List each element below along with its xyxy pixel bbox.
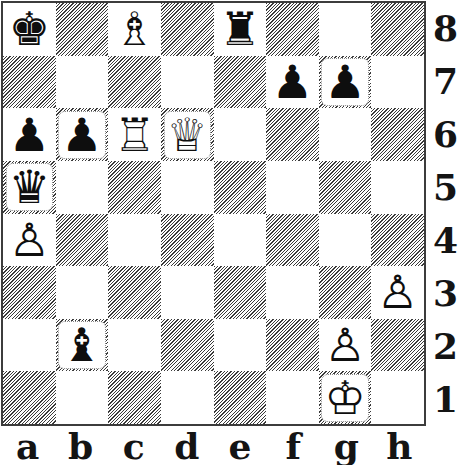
piece-white-rook[interactable]: ♖ — [114, 112, 155, 158]
square-h1[interactable] — [371, 371, 424, 424]
square-b7[interactable] — [56, 56, 109, 109]
piece-white-pawn[interactable]: ♙ — [377, 269, 418, 315]
square-d1[interactable] — [161, 371, 214, 424]
file-label-h: h — [373, 427, 426, 464]
file-label-g: g — [320, 427, 373, 464]
square-a2[interactable] — [3, 319, 56, 372]
square-c4[interactable] — [108, 214, 161, 267]
file-label-b: b — [54, 427, 107, 464]
square-b5[interactable] — [56, 161, 109, 214]
piece-white-king[interactable]: ♔ — [321, 374, 368, 422]
piece-white-pawn[interactable]: ♙ — [324, 322, 365, 368]
square-d7[interactable] — [161, 56, 214, 109]
square-d3[interactable] — [161, 266, 214, 319]
square-b2[interactable]: ♝ — [56, 319, 109, 372]
square-f2[interactable] — [266, 319, 319, 372]
square-a1[interactable] — [3, 371, 56, 424]
square-g8[interactable] — [319, 3, 372, 56]
piece-white-queen[interactable]: ♕ — [164, 111, 211, 159]
square-e2[interactable] — [214, 319, 267, 372]
piece-black-pawn[interactable]: ♟ — [272, 59, 313, 105]
square-e5[interactable] — [214, 161, 267, 214]
square-e3[interactable] — [214, 266, 267, 319]
square-d6[interactable]: ♕ — [161, 108, 214, 161]
square-h4[interactable] — [371, 214, 424, 267]
piece-black-rook[interactable]: ♜ — [219, 6, 260, 52]
square-c8[interactable]: ♗ — [108, 3, 161, 56]
rank-label-5: 5 — [427, 160, 464, 213]
file-label-e: e — [214, 427, 267, 464]
square-f6[interactable] — [266, 108, 319, 161]
file-labels: abcdefgh — [1, 427, 426, 464]
file-label-c: c — [107, 427, 160, 464]
square-e7[interactable] — [214, 56, 267, 109]
square-a8[interactable]: ♚ — [3, 3, 56, 56]
file-label-a: a — [1, 427, 54, 464]
square-h7[interactable] — [371, 56, 424, 109]
square-d2[interactable] — [161, 319, 214, 372]
square-c1[interactable] — [108, 371, 161, 424]
square-b8[interactable] — [56, 3, 109, 56]
square-f4[interactable] — [266, 214, 319, 267]
square-b3[interactable] — [56, 266, 109, 319]
rank-label-6: 6 — [427, 107, 464, 160]
square-c7[interactable] — [108, 56, 161, 109]
square-f8[interactable] — [266, 3, 319, 56]
square-c6[interactable]: ♖ — [108, 108, 161, 161]
file-label-f: f — [267, 427, 320, 464]
square-d5[interactable] — [161, 161, 214, 214]
square-a6[interactable]: ♟ — [3, 108, 56, 161]
file-label-d: d — [160, 427, 213, 464]
square-c2[interactable] — [108, 319, 161, 372]
piece-white-bishop[interactable]: ♗ — [114, 6, 155, 52]
square-g2[interactable]: ♙ — [319, 319, 372, 372]
square-a4[interactable]: ♙ — [3, 214, 56, 267]
chess-diagram: ♚♗♜♟♟♟♟♖♕♛♙♙♝♙♔ abcdefgh 87654321 — [0, 0, 465, 465]
square-a7[interactable] — [3, 56, 56, 109]
rank-label-1: 1 — [427, 373, 464, 426]
square-c3[interactable] — [108, 266, 161, 319]
square-h2[interactable] — [371, 319, 424, 372]
square-g7[interactable]: ♟ — [319, 56, 372, 109]
square-b1[interactable] — [56, 371, 109, 424]
rank-label-7: 7 — [427, 54, 464, 107]
rank-label-4: 4 — [427, 214, 464, 267]
piece-black-pawn[interactable]: ♟ — [58, 111, 105, 159]
square-e8[interactable]: ♜ — [214, 3, 267, 56]
square-e1[interactable] — [214, 371, 267, 424]
square-e6[interactable] — [214, 108, 267, 161]
square-a3[interactable] — [3, 266, 56, 319]
rank-label-3: 3 — [427, 267, 464, 320]
square-f5[interactable] — [266, 161, 319, 214]
piece-black-pawn[interactable]: ♟ — [9, 112, 50, 158]
piece-black-pawn[interactable]: ♟ — [321, 58, 368, 106]
square-g4[interactable] — [319, 214, 372, 267]
square-b6[interactable]: ♟ — [56, 108, 109, 161]
square-g5[interactable] — [319, 161, 372, 214]
square-d4[interactable] — [161, 214, 214, 267]
square-e4[interactable] — [214, 214, 267, 267]
square-h6[interactable] — [371, 108, 424, 161]
square-b4[interactable] — [56, 214, 109, 267]
square-g3[interactable] — [319, 266, 372, 319]
square-g6[interactable] — [319, 108, 372, 161]
square-h3[interactable]: ♙ — [371, 266, 424, 319]
piece-black-queen[interactable]: ♛ — [6, 163, 53, 211]
square-c5[interactable] — [108, 161, 161, 214]
square-g1[interactable]: ♔ — [319, 371, 372, 424]
chessboard: ♚♗♜♟♟♟♟♖♕♛♙♙♝♙♔ — [1, 1, 426, 426]
square-f3[interactable] — [266, 266, 319, 319]
square-h5[interactable] — [371, 161, 424, 214]
square-f1[interactable] — [266, 371, 319, 424]
square-a5[interactable]: ♛ — [3, 161, 56, 214]
rank-label-8: 8 — [427, 1, 464, 54]
square-d8[interactable] — [161, 3, 214, 56]
rank-labels: 87654321 — [427, 1, 464, 426]
piece-black-king[interactable]: ♚ — [9, 6, 50, 52]
piece-white-pawn[interactable]: ♙ — [9, 217, 50, 263]
square-f7[interactable]: ♟ — [266, 56, 319, 109]
square-h8[interactable] — [371, 3, 424, 56]
rank-label-2: 2 — [427, 320, 464, 373]
piece-black-bishop[interactable]: ♝ — [58, 321, 105, 369]
